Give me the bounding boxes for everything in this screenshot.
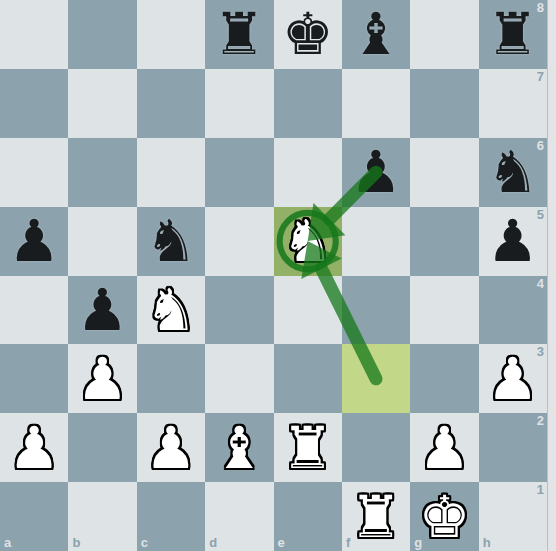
- piece-black-pawn-f6[interactable]: ♟: [342, 138, 410, 207]
- piece-black-pawn-a5[interactable]: ♟: [0, 207, 68, 276]
- piece-black-king-e8[interactable]: ♚: [274, 0, 342, 69]
- square-a3[interactable]: [0, 344, 68, 413]
- square-c7[interactable]: [137, 69, 205, 138]
- square-d3[interactable]: [205, 344, 273, 413]
- square-g6[interactable]: [410, 138, 478, 207]
- square-h8[interactable]: 8♜: [479, 0, 547, 69]
- file-label-b: b: [72, 536, 80, 550]
- piece-white-pawn-g2[interactable]: ♟: [410, 413, 478, 482]
- file-label-f: f: [346, 536, 350, 550]
- piece-white-rook-e2[interactable]: ♜: [274, 413, 342, 482]
- square-b7[interactable]: [68, 69, 136, 138]
- square-g3[interactable]: [410, 344, 478, 413]
- square-d4[interactable]: [205, 276, 273, 345]
- rank-label-8: 8: [537, 1, 544, 15]
- file-label-c: c: [141, 536, 148, 550]
- square-h3[interactable]: 3♟: [479, 344, 547, 413]
- piece-black-pawn-b4[interactable]: ♟: [68, 276, 136, 345]
- file-label-e: e: [278, 536, 285, 550]
- square-d5[interactable]: [205, 207, 273, 276]
- square-g5[interactable]: [410, 207, 478, 276]
- square-e2[interactable]: ♜: [274, 413, 342, 482]
- square-g7[interactable]: [410, 69, 478, 138]
- square-d1[interactable]: d: [205, 482, 273, 551]
- square-g1[interactable]: g♚: [410, 482, 478, 551]
- file-label-h: h: [483, 536, 491, 550]
- piece-black-bishop-f8[interactable]: ♝: [342, 0, 410, 69]
- chess-board: ♜♚♝8♜7♟6♞♟♞♞5♟♟♞4♟3♟♟♟♝♜♟2abcdef♜g♚1h: [0, 0, 547, 551]
- file-label-a: a: [4, 536, 11, 550]
- square-b2[interactable]: [68, 413, 136, 482]
- rank-label-7: 7: [537, 70, 544, 84]
- piece-white-pawn-a2[interactable]: ♟: [0, 413, 68, 482]
- board-right-margin: [547, 0, 556, 551]
- square-e5[interactable]: ♞: [274, 207, 342, 276]
- square-b8[interactable]: [68, 0, 136, 69]
- square-g2[interactable]: ♟: [410, 413, 478, 482]
- square-b3[interactable]: ♟: [68, 344, 136, 413]
- square-h7[interactable]: 7: [479, 69, 547, 138]
- square-d8[interactable]: ♜: [205, 0, 273, 69]
- square-a5[interactable]: ♟: [0, 207, 68, 276]
- square-h2[interactable]: 2: [479, 413, 547, 482]
- file-label-g: g: [414, 536, 422, 550]
- square-b5[interactable]: [68, 207, 136, 276]
- square-c6[interactable]: [137, 138, 205, 207]
- square-d6[interactable]: [205, 138, 273, 207]
- piece-white-pawn-b3[interactable]: ♟: [68, 344, 136, 413]
- square-a7[interactable]: [0, 69, 68, 138]
- square-f7[interactable]: [342, 69, 410, 138]
- rank-label-1: 1: [537, 483, 544, 497]
- piece-white-pawn-c2[interactable]: ♟: [137, 413, 205, 482]
- square-d2[interactable]: ♝: [205, 413, 273, 482]
- rank-label-4: 4: [537, 277, 544, 291]
- square-b1[interactable]: b: [68, 482, 136, 551]
- square-f6[interactable]: ♟: [342, 138, 410, 207]
- square-c5[interactable]: ♞: [137, 207, 205, 276]
- piece-white-knight-e5[interactable]: ♞: [274, 207, 342, 276]
- square-b4[interactable]: ♟: [68, 276, 136, 345]
- rank-label-2: 2: [537, 414, 544, 428]
- square-e8[interactable]: ♚: [274, 0, 342, 69]
- square-e3[interactable]: [274, 344, 342, 413]
- square-e7[interactable]: [274, 69, 342, 138]
- square-f4[interactable]: [342, 276, 410, 345]
- square-a6[interactable]: [0, 138, 68, 207]
- chess-board-panel: ♜♚♝8♜7♟6♞♟♞♞5♟♟♞4♟3♟♟♟♝♜♟2abcdef♜g♚1h: [0, 0, 556, 551]
- square-c1[interactable]: c: [137, 482, 205, 551]
- square-h6[interactable]: 6♞: [479, 138, 547, 207]
- square-e4[interactable]: [274, 276, 342, 345]
- square-h1[interactable]: 1h: [479, 482, 547, 551]
- square-f2[interactable]: [342, 413, 410, 482]
- square-f8[interactable]: ♝: [342, 0, 410, 69]
- last-move-highlight-f3: [342, 344, 410, 413]
- square-e1[interactable]: e: [274, 482, 342, 551]
- square-h4[interactable]: 4: [479, 276, 547, 345]
- square-h5[interactable]: 5♟: [479, 207, 547, 276]
- square-f3[interactable]: [342, 344, 410, 413]
- square-c2[interactable]: ♟: [137, 413, 205, 482]
- square-a8[interactable]: [0, 0, 68, 69]
- square-c3[interactable]: [137, 344, 205, 413]
- rank-label-5: 5: [537, 208, 544, 222]
- piece-white-knight-c4[interactable]: ♞: [137, 276, 205, 345]
- piece-black-rook-d8[interactable]: ♜: [205, 0, 273, 69]
- square-a4[interactable]: [0, 276, 68, 345]
- square-b6[interactable]: [68, 138, 136, 207]
- piece-black-knight-c5[interactable]: ♞: [137, 207, 205, 276]
- square-d7[interactable]: [205, 69, 273, 138]
- file-label-d: d: [209, 536, 217, 550]
- rank-label-6: 6: [537, 139, 544, 153]
- piece-white-rook-f1[interactable]: ♜: [342, 482, 410, 551]
- square-g8[interactable]: [410, 0, 478, 69]
- square-a1[interactable]: a: [0, 482, 68, 551]
- square-f5[interactable]: [342, 207, 410, 276]
- square-f1[interactable]: f♜: [342, 482, 410, 551]
- square-c4[interactable]: ♞: [137, 276, 205, 345]
- square-a2[interactable]: ♟: [0, 413, 68, 482]
- rank-label-3: 3: [537, 345, 544, 359]
- square-e6[interactable]: [274, 138, 342, 207]
- square-g4[interactable]: [410, 276, 478, 345]
- piece-white-bishop-d2[interactable]: ♝: [205, 413, 273, 482]
- square-c8[interactable]: [137, 0, 205, 69]
